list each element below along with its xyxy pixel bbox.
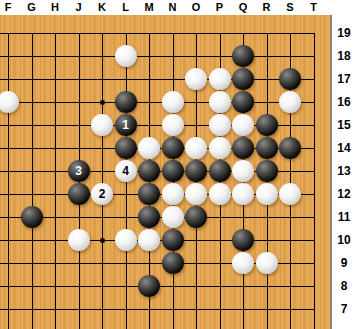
column-label-L: L	[115, 0, 137, 14]
column-label-F: F	[0, 0, 19, 14]
stone-black-P13	[209, 160, 231, 182]
row-label-7: 7	[332, 302, 356, 316]
stone-white-M14	[138, 137, 160, 159]
row-label-11: 11	[332, 210, 356, 224]
row-label-17: 17	[332, 72, 356, 86]
stone-white-Q9	[232, 252, 254, 274]
row-label-18: 18	[332, 49, 356, 63]
stone-black-N10	[162, 229, 184, 251]
stone-white-Q13	[232, 160, 254, 182]
stone-white-L10	[115, 229, 137, 251]
stone-black-R13	[256, 160, 278, 182]
stone-black-M13	[138, 160, 160, 182]
go-app-window: FGHJKLMNOPQRST 1342 19181716151413121110…	[0, 0, 356, 329]
stone-white-P16	[209, 91, 231, 113]
stone-black-S17	[279, 68, 301, 90]
stone-white-M10	[138, 229, 160, 251]
column-label-R: R	[256, 0, 278, 14]
stone-white-O14	[185, 137, 207, 159]
row-label-14: 14	[332, 141, 356, 155]
stone-black-O13	[185, 160, 207, 182]
row-label-16: 16	[332, 95, 356, 109]
stone-black-S14	[279, 137, 301, 159]
column-label-H: H	[44, 0, 66, 14]
move-number-label-1: 1	[122, 118, 129, 132]
stone-black-J13: 3	[68, 160, 90, 182]
row-label-12: 12	[332, 187, 356, 201]
stone-black-N13	[162, 160, 184, 182]
stone-black-J12	[68, 183, 90, 205]
stone-white-O12	[185, 183, 207, 205]
stone-white-P14	[209, 137, 231, 159]
column-label-T: T	[303, 0, 325, 14]
stone-white-Q12	[232, 183, 254, 205]
stone-white-J10	[68, 229, 90, 251]
column-label-M: M	[138, 0, 160, 14]
stone-black-O11	[185, 206, 207, 228]
stone-black-N14	[162, 137, 184, 159]
row-label-15: 15	[332, 118, 356, 132]
column-label-N: N	[162, 0, 184, 14]
stone-black-Q17	[232, 68, 254, 90]
stone-white-S16	[279, 91, 301, 113]
stone-white-N16	[162, 91, 184, 113]
stone-white-L13: 4	[115, 160, 137, 182]
column-label-O: O	[185, 0, 207, 14]
row-label-8: 8	[332, 279, 356, 293]
stone-white-P17	[209, 68, 231, 90]
column-label-G: G	[21, 0, 43, 14]
column-label-Q: Q	[232, 0, 254, 14]
stone-white-N15	[162, 114, 184, 136]
stone-white-K12: 2	[91, 183, 113, 205]
stone-black-L15: 1	[115, 114, 137, 136]
row-label-13: 13	[332, 164, 356, 178]
column-coordinates-bar: FGHJKLMNOPQRST	[0, 0, 356, 15]
stone-white-N11	[162, 206, 184, 228]
row-label-10: 10	[332, 233, 356, 247]
stone-white-K15	[91, 114, 113, 136]
go-board[interactable]: 1342	[0, 15, 330, 329]
stone-black-G11	[21, 206, 43, 228]
move-number-label-3: 3	[75, 164, 82, 178]
column-label-P: P	[209, 0, 231, 14]
stone-white-O17	[185, 68, 207, 90]
stone-black-R14	[256, 137, 278, 159]
stone-black-M8	[138, 275, 160, 297]
row-label-19: 19	[332, 26, 356, 40]
column-label-J: J	[68, 0, 90, 14]
row-label-9: 9	[332, 256, 356, 270]
stone-white-S12	[279, 183, 301, 205]
stone-black-R15	[256, 114, 278, 136]
stone-white-N12	[162, 183, 184, 205]
stone-black-Q14	[232, 137, 254, 159]
stone-black-M12	[138, 183, 160, 205]
column-label-S: S	[279, 0, 301, 14]
stone-black-Q16	[232, 91, 254, 113]
stone-white-L18	[115, 45, 137, 67]
stone-black-L14	[115, 137, 137, 159]
stone-white-F16	[0, 91, 19, 113]
stone-black-L16	[115, 91, 137, 113]
stone-black-N9	[162, 252, 184, 274]
stone-black-Q10	[232, 229, 254, 251]
stone-white-P15	[209, 114, 231, 136]
stone-black-Q18	[232, 45, 254, 67]
stone-white-R9	[256, 252, 278, 274]
row-coordinates-bar: 19181716151413121110987	[330, 15, 356, 329]
stone-white-R12	[256, 183, 278, 205]
stone-black-M11	[138, 206, 160, 228]
stone-white-Q15	[232, 114, 254, 136]
move-number-label-2: 2	[99, 187, 106, 201]
move-number-label-4: 4	[122, 164, 129, 178]
stones-grid: 1342	[0, 22, 325, 321]
column-label-K: K	[91, 0, 113, 14]
stone-white-P12	[209, 183, 231, 205]
